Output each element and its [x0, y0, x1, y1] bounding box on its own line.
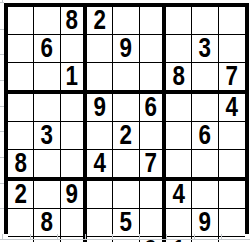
- sudoku-cell-r8c4[interactable]: [87, 209, 113, 237]
- given-digit: 9: [199, 208, 211, 236]
- sudoku-cell-r1c3[interactable]: 8: [61, 7, 87, 35]
- given-digit: 2: [120, 121, 132, 149]
- sudoku-cell-r8c8[interactable]: 9: [192, 209, 218, 237]
- sudoku-grid: 8269318796432684729485991: [4, 3, 249, 234]
- sudoku-cell-r7c2[interactable]: [34, 181, 60, 209]
- sudoku-cell-r4c8[interactable]: [192, 94, 218, 122]
- sudoku-cell-r2c6[interactable]: [140, 35, 166, 63]
- sudoku-cell-r5c6[interactable]: [140, 122, 166, 150]
- given-digit: 4: [226, 93, 238, 121]
- spreadsheet-gridline: [0, 157, 4, 158]
- sudoku-cell-r4c2[interactable]: [34, 94, 60, 122]
- sudoku-cell-r4c4[interactable]: 9: [87, 94, 113, 122]
- given-digit: 2: [93, 6, 105, 34]
- sudoku-cell-r2c4[interactable]: [87, 35, 113, 63]
- sudoku-cell-r1c8[interactable]: [192, 7, 218, 35]
- given-digit: 7: [145, 149, 157, 177]
- sudoku-cell-r5c4[interactable]: [87, 122, 113, 150]
- given-digit: 1: [66, 62, 78, 90]
- sudoku-cell-r3c6[interactable]: [140, 63, 166, 94]
- given-digit: 9: [120, 34, 132, 62]
- sudoku-cell-r8c9[interactable]: [219, 209, 245, 237]
- sudoku-cell-r1c6[interactable]: [140, 7, 166, 35]
- sudoku-cell-r8c3[interactable]: [61, 209, 87, 237]
- sudoku-cell-r7c3[interactable]: 9: [61, 181, 87, 209]
- sudoku-cell-r3c5[interactable]: [113, 63, 139, 94]
- spreadsheet-gridline: [0, 131, 4, 132]
- sudoku-cell-r4c3[interactable]: [61, 94, 87, 122]
- sudoku-cell-r5c7[interactable]: [166, 122, 192, 150]
- sudoku-cell-r1c7[interactable]: [166, 7, 192, 35]
- sudoku-cell-r7c8[interactable]: [192, 181, 218, 209]
- given-digit: 5: [120, 208, 132, 236]
- sudoku-cell-r6c8[interactable]: [192, 150, 218, 181]
- sudoku-cell-r6c1[interactable]: 8: [8, 150, 34, 181]
- given-digit: 8: [41, 208, 53, 236]
- spreadsheet-gridline: [0, 80, 4, 81]
- given-digit: 4: [172, 180, 184, 208]
- spreadsheet-gridline: [0, 239, 250, 240]
- given-digit: 3: [199, 34, 211, 62]
- sudoku-cell-r3c1[interactable]: [8, 63, 34, 94]
- given-digit: 7: [226, 62, 238, 90]
- sudoku-cell-r2c5[interactable]: 9: [113, 35, 139, 63]
- sudoku-cell-r7c9[interactable]: [219, 181, 245, 209]
- sudoku-cell-r2c9[interactable]: [219, 35, 245, 63]
- spreadsheet-gridline: [0, 183, 4, 184]
- given-digit: 8: [14, 149, 26, 177]
- sudoku-cell-r4c6[interactable]: 6: [140, 94, 166, 122]
- sudoku-cell-r5c9[interactable]: [219, 122, 245, 150]
- sudoku-cell-r8c5[interactable]: 5: [113, 209, 139, 237]
- sudoku-cell-r6c3[interactable]: [61, 150, 87, 181]
- sudoku-cell-r5c5[interactable]: 2: [113, 122, 139, 150]
- given-digit: 2: [14, 180, 26, 208]
- sudoku-cell-r6c4[interactable]: 4: [87, 150, 113, 181]
- sudoku-cell-r4c7[interactable]: [166, 94, 192, 122]
- sudoku-cell-r7c4[interactable]: [87, 181, 113, 209]
- sudoku-cell-r8c1[interactable]: [8, 209, 34, 237]
- sudoku-cell-r4c5[interactable]: [113, 94, 139, 122]
- sudoku-cell-r2c3[interactable]: [61, 35, 87, 63]
- sudoku-cell-r5c8[interactable]: 6: [192, 122, 218, 150]
- sudoku-cell-r8c7[interactable]: [166, 209, 192, 237]
- sudoku-cell-r8c2[interactable]: 8: [34, 209, 60, 237]
- sudoku-cell-r4c1[interactable]: [8, 94, 34, 122]
- sudoku-cell-r6c5[interactable]: [113, 150, 139, 181]
- sudoku-cell-r7c6[interactable]: [140, 181, 166, 209]
- sudoku-cell-r3c4[interactable]: [87, 63, 113, 94]
- sudoku-board-screenshot: 8269318796432684729485991: [0, 0, 250, 242]
- spreadsheet-gridline: [0, 54, 4, 55]
- sudoku-cell-r2c7[interactable]: [166, 35, 192, 63]
- sudoku-cell-r6c6[interactable]: 7: [140, 150, 166, 181]
- spreadsheet-gridline: [0, 208, 4, 209]
- given-digit: 6: [199, 121, 211, 149]
- sudoku-cell-r2c2[interactable]: 6: [34, 35, 60, 63]
- sudoku-cell-r6c2[interactable]: [34, 150, 60, 181]
- given-digit: 4: [93, 149, 105, 177]
- sudoku-cell-r1c5[interactable]: [113, 7, 139, 35]
- sudoku-cell-r3c2[interactable]: [34, 63, 60, 94]
- sudoku-cell-r5c2[interactable]: 3: [34, 122, 60, 150]
- sudoku-cell-r3c9[interactable]: 7: [219, 63, 245, 94]
- sudoku-cell-r1c1[interactable]: [8, 7, 34, 35]
- sudoku-cell-r7c7[interactable]: 4: [166, 181, 192, 209]
- sudoku-cell-r2c8[interactable]: 3: [192, 35, 218, 63]
- given-digit: 8: [172, 62, 184, 90]
- given-digit: 9: [66, 180, 78, 208]
- sudoku-cell-r3c8[interactable]: [192, 63, 218, 94]
- given-digit: 6: [145, 93, 157, 121]
- sudoku-cell-r1c9[interactable]: [219, 7, 245, 35]
- given-digit: 9: [93, 93, 105, 121]
- sudoku-cell-r3c7[interactable]: 8: [166, 63, 192, 94]
- spreadsheet-gridline: [2, 0, 3, 3]
- sudoku-cell-r2c1[interactable]: [8, 35, 34, 63]
- sudoku-cell-r1c2[interactable]: [34, 7, 60, 35]
- given-digit: 6: [41, 34, 53, 62]
- sudoku-cell-r6c9[interactable]: [219, 150, 245, 181]
- sudoku-cell-r1c4[interactable]: 2: [87, 7, 113, 35]
- sudoku-cell-r7c5[interactable]: [113, 181, 139, 209]
- sudoku-cell-r3c3[interactable]: 1: [61, 63, 87, 94]
- sudoku-cell-r6c7[interactable]: [166, 150, 192, 181]
- sudoku-cell-r7c1[interactable]: 2: [8, 181, 34, 209]
- sudoku-cell-r5c1[interactable]: [8, 122, 34, 150]
- given-digit: 3: [41, 121, 53, 149]
- spreadsheet-gridline: [0, 29, 4, 30]
- sudoku-cell-r8c6[interactable]: [140, 209, 166, 237]
- spreadsheet-gridline: [0, 106, 4, 107]
- given-digit: 8: [66, 6, 78, 34]
- sudoku-cell-r5c3[interactable]: [61, 122, 87, 150]
- sudoku-cell-r4c9[interactable]: 4: [219, 94, 245, 122]
